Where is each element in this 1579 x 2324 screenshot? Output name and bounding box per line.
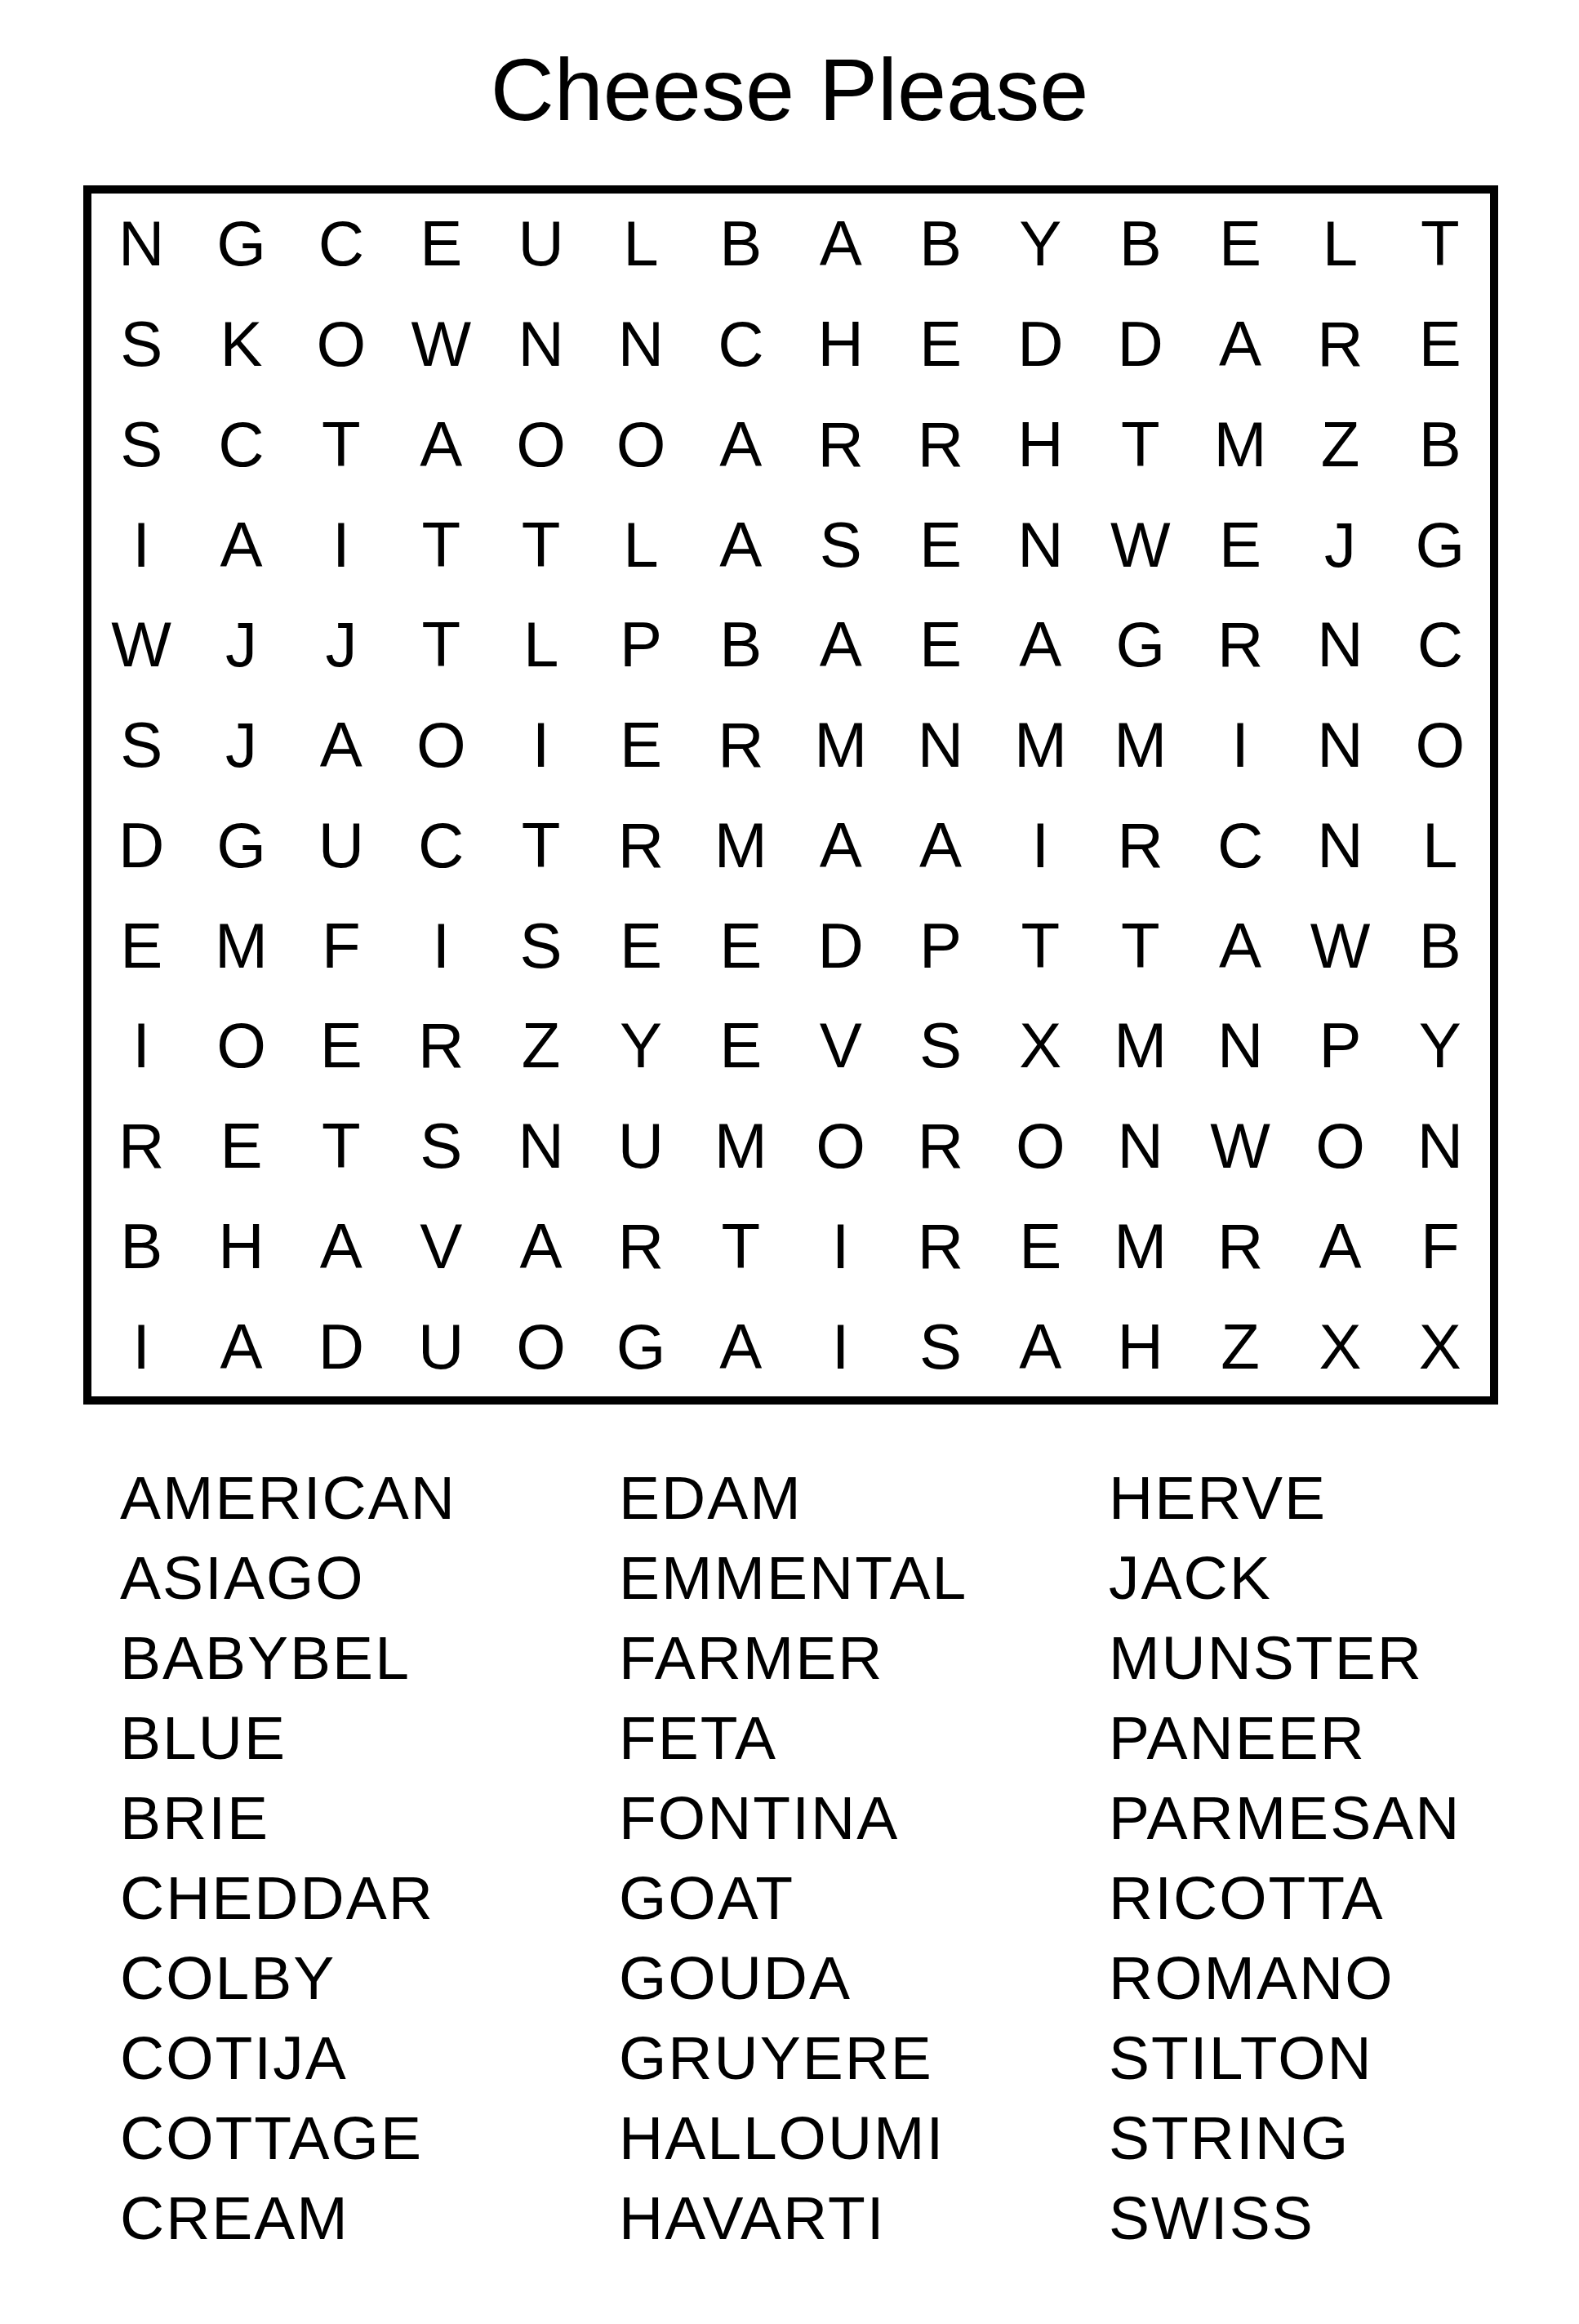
grid-cell: J [191, 695, 291, 795]
grid-cell: Y [990, 194, 1090, 294]
grid-cell: O [491, 394, 590, 495]
puzzle-page: Cheese Please NGCEULBABYBELTSKOWNNCHEDDA… [0, 0, 1579, 2324]
grid-cell: N [1290, 795, 1390, 896]
word-list-item: BLUE [120, 1698, 456, 1778]
grid-cell: I [91, 1296, 191, 1396]
word-list-item: GOUDA [619, 1938, 967, 2018]
word-list-item: CREAM [120, 2178, 456, 2258]
grid-cell: M [1091, 995, 1190, 1096]
word-list-item: RICOTTA [1109, 1858, 1461, 1938]
grid-cell: T [491, 494, 590, 594]
grid-cell: M [191, 895, 291, 995]
grid-cell: I [491, 695, 590, 795]
grid-cell: G [591, 1296, 691, 1396]
grid-cell: A [790, 795, 890, 896]
grid-cell: E [1190, 494, 1290, 594]
grid-cell: E [291, 995, 391, 1096]
word-list-item: CHEDDAR [120, 1858, 456, 1938]
grid-cell: U [391, 1296, 491, 1396]
grid-cell: B [1091, 194, 1190, 294]
grid-cell: B [691, 194, 790, 294]
grid-cell: A [291, 695, 391, 795]
grid-cell: I [790, 1296, 890, 1396]
grid-cell: I [990, 795, 1090, 896]
word-list-item: ASIAGO [120, 1538, 456, 1618]
word-list-item: BRIE [120, 1778, 456, 1858]
word-column: AMERICANASIAGOBABYBELBLUEBRIECHEDDARCOLB… [120, 1458, 456, 2258]
word-list-item: AMERICAN [120, 1458, 456, 1538]
grid-cell: A [891, 795, 990, 896]
word-list-item: COTIJA [120, 2018, 456, 2098]
grid-cell: T [491, 795, 590, 896]
grid-cell: N [1091, 1096, 1190, 1196]
grid-cell: A [391, 394, 491, 495]
grid-cell: B [91, 1196, 191, 1297]
grid-cell: T [1390, 194, 1490, 294]
grid-cell: S [891, 1296, 990, 1396]
grid-cell: N [1290, 594, 1390, 695]
grid-cell: E [191, 1096, 291, 1196]
grid-cell: C [191, 394, 291, 495]
grid-cell: B [1390, 895, 1490, 995]
grid-cell: L [591, 494, 691, 594]
grid-cell: R [91, 1096, 191, 1196]
grid-cell: S [91, 294, 191, 394]
grid-cell: C [691, 294, 790, 394]
grid-cell: U [491, 194, 590, 294]
grid-cell: E [891, 294, 990, 394]
grid-cell: G [191, 194, 291, 294]
grid-cell: C [391, 795, 491, 896]
grid-cell: S [891, 995, 990, 1096]
word-list-item: STRING [1109, 2098, 1461, 2178]
grid-cell: A [1190, 895, 1290, 995]
grid-cell: M [1190, 394, 1290, 495]
grid-cell: G [1091, 594, 1190, 695]
word-list-item: ROMANO [1109, 1938, 1461, 2018]
grid-cell: N [91, 194, 191, 294]
grid-cell: L [591, 194, 691, 294]
word-list-item: JACK [1109, 1538, 1461, 1618]
word-list-item: STILTON [1109, 2018, 1461, 2098]
grid-cell: A [191, 1296, 291, 1396]
grid-cell: L [1290, 194, 1390, 294]
grid-cell: R [790, 394, 890, 495]
grid-cell: M [691, 1096, 790, 1196]
word-list-item: BABYBEL [120, 1618, 456, 1698]
grid-cell: A [790, 594, 890, 695]
word-column: EDAMEMMENTALFARMERFETAFONTINAGOATGOUDAGR… [619, 1458, 967, 2258]
grid-cell: T [391, 494, 491, 594]
grid-cell: M [1091, 1196, 1190, 1297]
grid-cell: W [1091, 494, 1190, 594]
grid-cell: A [1290, 1196, 1390, 1297]
grid-cell: J [191, 594, 291, 695]
grid-cell: C [1390, 594, 1490, 695]
grid-cell: W [1290, 895, 1390, 995]
grid-cell: C [291, 194, 391, 294]
word-list-item: GOAT [619, 1858, 967, 1938]
word-list-item: SWISS [1109, 2178, 1461, 2258]
grid-cell: V [790, 995, 890, 1096]
grid-cell: P [1290, 995, 1390, 1096]
grid-cell: J [1290, 494, 1390, 594]
grid-cell: T [391, 594, 491, 695]
grid-cell: W [1190, 1096, 1290, 1196]
grid-cell: O [1390, 695, 1490, 795]
grid-cell: E [391, 194, 491, 294]
word-list-item: HERVE [1109, 1458, 1461, 1538]
puzzle-title: Cheese Please [0, 37, 1579, 143]
word-list-item: GRUYERE [619, 2018, 967, 2098]
grid-cell: S [790, 494, 890, 594]
grid-cell: U [291, 795, 391, 896]
grid-cell: L [491, 594, 590, 695]
grid-cell: W [91, 594, 191, 695]
grid-cell: T [1091, 394, 1190, 495]
grid-cell: T [990, 895, 1090, 995]
grid-cell: Y [1390, 995, 1490, 1096]
grid-cell: I [91, 995, 191, 1096]
grid-cell: D [790, 895, 890, 995]
grid-cell: R [591, 1196, 691, 1297]
grid-cell: O [491, 1296, 590, 1396]
grid-cell: P [891, 895, 990, 995]
grid-cell: R [891, 1196, 990, 1297]
grid-cell: I [1190, 695, 1290, 795]
grid-cell: T [691, 1196, 790, 1297]
grid-cell: N [1290, 695, 1390, 795]
grid-cell: Z [1290, 394, 1390, 495]
grid-cell: R [391, 995, 491, 1096]
grid-cell: D [1091, 294, 1190, 394]
grid-cell: O [1290, 1096, 1390, 1196]
grid-cell: T [291, 394, 391, 495]
word-list-item: EDAM [619, 1458, 967, 1538]
grid-cell: X [1290, 1296, 1390, 1396]
grid-cell: Y [591, 995, 691, 1096]
grid-cell: E [1190, 194, 1290, 294]
grid-cell: H [990, 394, 1090, 495]
grid-cell: N [1190, 995, 1290, 1096]
grid-cell: N [591, 294, 691, 394]
grid-cell: A [691, 494, 790, 594]
word-list-item: PANEER [1109, 1698, 1461, 1778]
word-list-item: HALLOUMI [619, 2098, 967, 2178]
grid-cell: D [990, 294, 1090, 394]
grid-cell: A [790, 194, 890, 294]
grid-cell: A [291, 1196, 391, 1297]
grid-cell: B [1390, 394, 1490, 495]
grid-cell: A [1190, 294, 1290, 394]
grid-cell: N [491, 294, 590, 394]
grid-cell: R [891, 394, 990, 495]
grid-cell: O [291, 294, 391, 394]
grid-cell: R [1190, 594, 1290, 695]
word-search-board: NGCEULBABYBELTSKOWNNCHEDDARESCTAOOARRHTM… [83, 185, 1498, 1405]
grid-cell: R [1190, 1196, 1290, 1297]
word-list-item: HAVARTI [619, 2178, 967, 2258]
word-list-item: MUNSTER [1109, 1618, 1461, 1698]
grid-cell: I [790, 1196, 890, 1297]
grid-cell: M [990, 695, 1090, 795]
grid-cell: O [591, 394, 691, 495]
grid-cell: E [591, 895, 691, 995]
grid-cell: I [91, 494, 191, 594]
grid-cell: B [691, 594, 790, 695]
grid-cell: O [191, 995, 291, 1096]
grid-cell: E [891, 494, 990, 594]
grid-cell: T [291, 1096, 391, 1196]
grid-cell: E [91, 895, 191, 995]
grid-cell: R [1290, 294, 1390, 394]
grid-cell: D [91, 795, 191, 896]
grid-cell: S [91, 695, 191, 795]
grid-cell: A [691, 1296, 790, 1396]
grid-cell: E [990, 1196, 1090, 1297]
grid-cell: V [391, 1196, 491, 1297]
grid-cell: A [191, 494, 291, 594]
word-column: HERVEJACKMUNSTERPANEERPARMESANRICOTTAROM… [1109, 1458, 1461, 2258]
grid-cell: J [291, 594, 391, 695]
word-list-item: COLBY [120, 1938, 456, 2018]
grid-cell: L [1390, 795, 1490, 896]
grid-cell: R [1091, 795, 1190, 896]
grid-cell: I [391, 895, 491, 995]
grid-cell: D [291, 1296, 391, 1396]
grid-cell: K [191, 294, 291, 394]
grid-cell: M [691, 795, 790, 896]
grid-cell: E [691, 895, 790, 995]
grid-cell: A [990, 594, 1090, 695]
grid-cell: R [891, 1096, 990, 1196]
grid-cell: O [990, 1096, 1090, 1196]
grid-cell: G [1390, 494, 1490, 594]
grid-cell: A [491, 1196, 590, 1297]
grid-cell: O [391, 695, 491, 795]
grid-cell: A [691, 394, 790, 495]
word-list-item: COTTAGE [120, 2098, 456, 2178]
word-list-item: FONTINA [619, 1778, 967, 1858]
grid-cell: O [790, 1096, 890, 1196]
grid-cell: W [391, 294, 491, 394]
grid-cell: R [691, 695, 790, 795]
grid-cell: N [990, 494, 1090, 594]
grid-cell: S [91, 394, 191, 495]
grid-cell: P [591, 594, 691, 695]
grid-cell: E [691, 995, 790, 1096]
grid-cell: S [391, 1096, 491, 1196]
grid-cell: M [1091, 695, 1190, 795]
grid-cell: B [891, 194, 990, 294]
grid-cell: G [191, 795, 291, 896]
grid-cell: H [191, 1196, 291, 1297]
grid-cell: F [291, 895, 391, 995]
grid-cell: T [1091, 895, 1190, 995]
grid-cell: M [790, 695, 890, 795]
grid-cell: N [1390, 1096, 1490, 1196]
word-list-item: EMMENTAL [619, 1538, 967, 1618]
grid-cell: H [790, 294, 890, 394]
grid-cell: Z [1190, 1296, 1290, 1396]
grid-cell: N [491, 1096, 590, 1196]
grid-cell: N [891, 695, 990, 795]
grid-cell: X [1390, 1296, 1490, 1396]
grid-cell: E [891, 594, 990, 695]
word-list-item: FETA [619, 1698, 967, 1778]
grid-cell: A [990, 1296, 1090, 1396]
grid-cell: F [1390, 1196, 1490, 1297]
word-list-item: FARMER [619, 1618, 967, 1698]
grid-cell: X [990, 995, 1090, 1096]
grid-cell: E [1390, 294, 1490, 394]
word-list-item: PARMESAN [1109, 1778, 1461, 1858]
grid-cell: R [591, 795, 691, 896]
grid-cell: H [1091, 1296, 1190, 1396]
grid-cell: E [591, 695, 691, 795]
grid-cell: Z [491, 995, 590, 1096]
grid-cell: C [1190, 795, 1290, 896]
grid-cell: U [591, 1096, 691, 1196]
grid-cell: S [491, 895, 590, 995]
grid-cell: I [291, 494, 391, 594]
